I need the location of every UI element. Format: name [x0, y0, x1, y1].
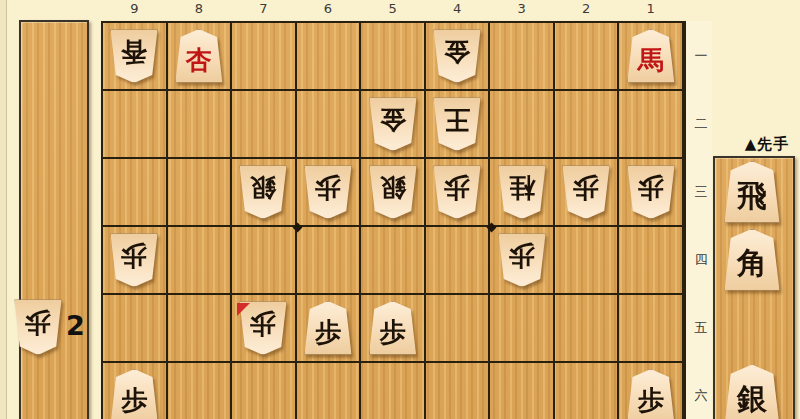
piece-glyph: 王: [444, 108, 470, 134]
piece-glyph: 銀: [380, 176, 406, 202]
piece-glyph: 歩: [25, 311, 51, 337]
shogi-app-screen: 987654321 一二三四五六 ▲先手 香杏金馬金王銀歩銀歩桂歩歩歩歩歩歩歩歩…: [0, 0, 800, 419]
file-label-1: 1: [641, 1, 661, 16]
rank-label-6: 六: [691, 387, 711, 405]
sente-player-label: ▲先手: [739, 135, 795, 154]
gote-hand-pawn-count: 2: [66, 310, 85, 341]
file-label-3: 3: [512, 1, 532, 16]
piece-glyph: 歩: [444, 176, 470, 202]
piece-glyph: 飛: [737, 181, 767, 211]
rank-label-5: 五: [691, 319, 711, 337]
piece-歩-63[interactable]: 歩: [304, 165, 352, 219]
piece-歩-65[interactable]: 歩: [304, 301, 352, 355]
file-label-6: 6: [318, 1, 338, 16]
piece-王-42[interactable]: 王: [433, 97, 481, 151]
piece-歩-34[interactable]: 歩: [498, 233, 546, 287]
file-label-4: 4: [447, 1, 467, 16]
file-label-5: 5: [383, 1, 403, 16]
piece-glyph: 歩: [638, 176, 664, 202]
piece-金-41[interactable]: 金: [433, 29, 481, 83]
piece-歩-16[interactable]: 歩: [627, 369, 675, 419]
piece-歩-23[interactable]: 歩: [562, 165, 610, 219]
piece-歩-96[interactable]: 歩: [110, 369, 158, 419]
piece-glyph: 歩: [121, 387, 147, 413]
rank-label-4: 四: [691, 251, 711, 269]
piece-銀[interactable]: 銀: [724, 364, 780, 419]
piece-銀-53[interactable]: 銀: [369, 165, 417, 219]
piece-glyph: 歩: [380, 319, 406, 345]
piece-glyph: 金: [380, 108, 406, 134]
piece-glyph: 銀: [250, 176, 276, 202]
piece-glyph: 歩: [638, 387, 664, 413]
piece-glyph: 歩: [315, 319, 341, 345]
piece-glyph: 角: [737, 248, 767, 278]
file-label-2: 2: [576, 1, 596, 16]
file-label-8: 8: [189, 1, 209, 16]
file-label-7: 7: [253, 1, 273, 16]
piece-歩-55[interactable]: 歩: [369, 301, 417, 355]
last-move-marker: [237, 303, 250, 316]
rank-label-1: 一: [691, 47, 711, 65]
piece-馬-11[interactable]: 馬: [627, 29, 675, 83]
piece-角[interactable]: 角: [724, 229, 780, 291]
piece-歩-43[interactable]: 歩: [433, 165, 481, 219]
piece-歩[interactable]: 歩: [14, 299, 62, 355]
piece-glyph: 歩: [573, 176, 599, 202]
window-edge-strip: [0, 0, 7, 419]
piece-銀-73[interactable]: 銀: [239, 165, 287, 219]
piece-歩-94[interactable]: 歩: [110, 233, 158, 287]
piece-飛[interactable]: 飛: [724, 161, 780, 223]
rank-label-3: 三: [691, 183, 711, 201]
gote-captured-pieces-stand[interactable]: [19, 20, 89, 419]
piece-glyph: 馬: [638, 47, 664, 73]
piece-glyph: 香: [121, 40, 147, 66]
piece-杏-81[interactable]: 杏: [175, 29, 223, 83]
piece-香-91[interactable]: 香: [110, 29, 158, 83]
piece-桂-33[interactable]: 桂: [498, 165, 546, 219]
piece-金-52[interactable]: 金: [369, 97, 417, 151]
piece-glyph: 歩: [315, 176, 341, 202]
file-label-9: 9: [124, 1, 144, 16]
rank-label-strip: [686, 21, 712, 419]
piece-glyph: 桂: [509, 176, 535, 202]
piece-glyph: 金: [444, 40, 470, 66]
piece-glyph: 銀: [737, 384, 767, 414]
piece-glyph: 歩: [509, 244, 535, 270]
piece-歩-13[interactable]: 歩: [627, 165, 675, 219]
piece-glyph: 歩: [121, 244, 147, 270]
piece-glyph: 杏: [186, 47, 212, 73]
piece-glyph: 歩: [250, 312, 276, 338]
rank-label-2: 二: [691, 115, 711, 133]
